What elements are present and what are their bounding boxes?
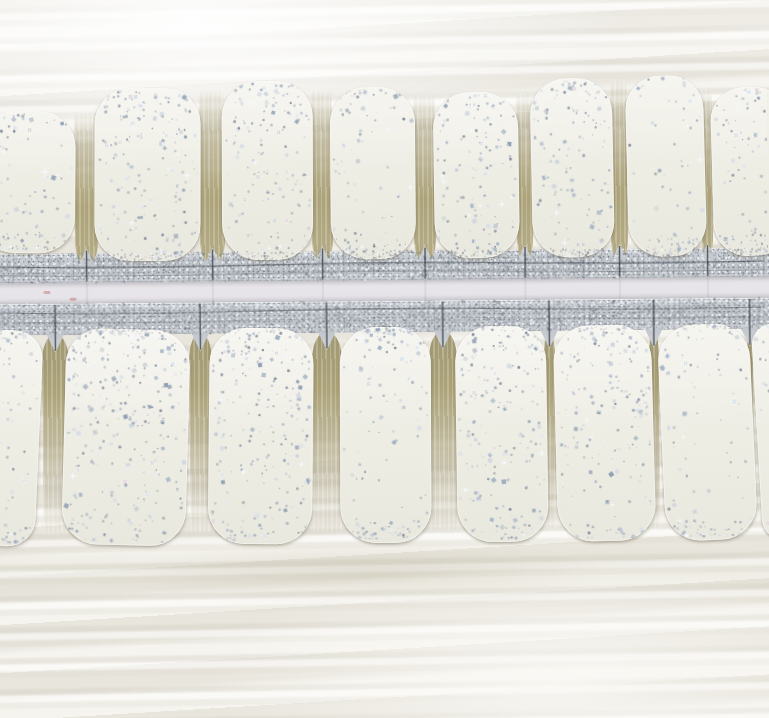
- nail-strip: [330, 87, 416, 260]
- nail-strip: [222, 81, 314, 260]
- nail-wrap-sheets: [0, 0, 769, 718]
- divider-fleck: [43, 291, 50, 294]
- nail-strip: [208, 328, 314, 545]
- fur-gap-shadow: [413, 95, 436, 263]
- divider-fleck: [69, 298, 76, 301]
- backing-tab: [540, 329, 558, 348]
- nail-strip: [433, 92, 520, 259]
- fur-gap-shadow: [312, 331, 344, 531]
- fur-gap-shadow: [429, 330, 459, 530]
- nail-strip: [0, 111, 76, 254]
- product-photo: [0, 0, 769, 718]
- nail-strip: [710, 86, 769, 257]
- nail-strip: [625, 75, 708, 258]
- nail-strip: [553, 324, 657, 542]
- nail-strip: [530, 78, 615, 259]
- nail-strip: [94, 88, 200, 261]
- nail-strip: [61, 328, 191, 547]
- nail-strip: [0, 329, 44, 548]
- nail-strip: [455, 325, 549, 542]
- nail-strip: [340, 327, 432, 543]
- nail-strip: [657, 322, 758, 542]
